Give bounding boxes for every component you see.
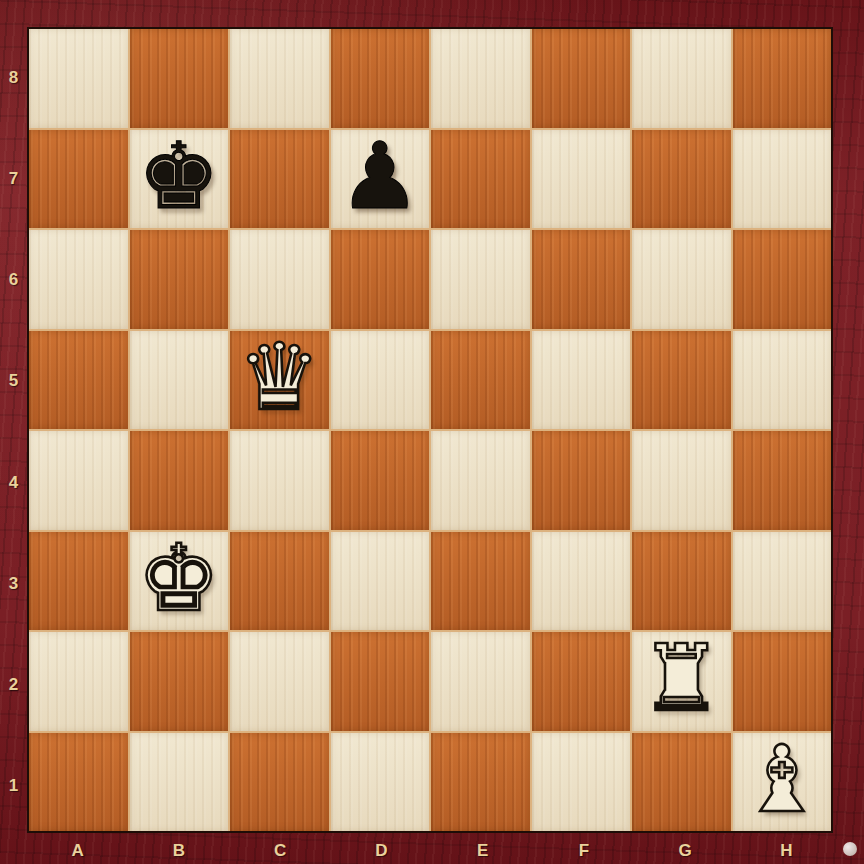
- square-h5[interactable]: [733, 331, 832, 430]
- square-c5[interactable]: ♛: [230, 331, 329, 430]
- square-d2[interactable]: [331, 632, 430, 731]
- square-g1[interactable]: [632, 733, 731, 832]
- piece-black-king[interactable]: ♚: [138, 131, 220, 223]
- piece-white-bishop[interactable]: ♝: [741, 734, 823, 826]
- square-h4[interactable]: [733, 431, 832, 530]
- rank-label-5: 5: [0, 331, 27, 432]
- file-label-c: C: [230, 837, 331, 864]
- square-f7[interactable]: [532, 130, 631, 229]
- file-label-h: H: [736, 837, 837, 864]
- square-f8[interactable]: [532, 29, 631, 128]
- square-c6[interactable]: [230, 230, 329, 329]
- square-d5[interactable]: [331, 331, 430, 430]
- board-frame: 87654321 ♚♟♛♚♜♝ ABCDEFGH: [0, 0, 864, 864]
- board: ♚♟♛♚♜♝: [27, 27, 833, 833]
- rank-label-2: 2: [0, 635, 27, 736]
- rank-label-4: 4: [0, 432, 27, 533]
- piece-white-queen[interactable]: ♛: [238, 332, 320, 424]
- square-d1[interactable]: [331, 733, 430, 832]
- square-e3[interactable]: [431, 532, 530, 631]
- square-e8[interactable]: [431, 29, 530, 128]
- square-f1[interactable]: [532, 733, 631, 832]
- square-f6[interactable]: [532, 230, 631, 329]
- file-label-b: B: [128, 837, 229, 864]
- square-a3[interactable]: [29, 532, 128, 631]
- square-h6[interactable]: [733, 230, 832, 329]
- square-b4[interactable]: [130, 431, 229, 530]
- square-c8[interactable]: [230, 29, 329, 128]
- file-label-g: G: [635, 837, 736, 864]
- square-g4[interactable]: [632, 431, 731, 530]
- square-g6[interactable]: [632, 230, 731, 329]
- square-b1[interactable]: [130, 733, 229, 832]
- square-b2[interactable]: [130, 632, 229, 731]
- square-d8[interactable]: [331, 29, 430, 128]
- rank-label-6: 6: [0, 230, 27, 331]
- square-h7[interactable]: [733, 130, 832, 229]
- square-h1[interactable]: ♝: [733, 733, 832, 832]
- square-h8[interactable]: [733, 29, 832, 128]
- square-d3[interactable]: [331, 532, 430, 631]
- square-e1[interactable]: [431, 733, 530, 832]
- rank-label-7: 7: [0, 128, 27, 229]
- square-f5[interactable]: [532, 331, 631, 430]
- square-g7[interactable]: [632, 130, 731, 229]
- square-a6[interactable]: [29, 230, 128, 329]
- file-label-a: A: [27, 837, 128, 864]
- file-label-e: E: [432, 837, 533, 864]
- file-labels: ABCDEFGH: [27, 837, 837, 864]
- square-c7[interactable]: [230, 130, 329, 229]
- square-g5[interactable]: [632, 331, 731, 430]
- square-b7[interactable]: ♚: [130, 130, 229, 229]
- square-f3[interactable]: [532, 532, 631, 631]
- rank-label-1: 1: [0, 736, 27, 837]
- square-d7[interactable]: ♟: [331, 130, 430, 229]
- rank-labels: 87654321: [0, 27, 27, 837]
- piece-white-rook[interactable]: ♜: [640, 633, 722, 725]
- square-a1[interactable]: [29, 733, 128, 832]
- square-g2[interactable]: ♜: [632, 632, 731, 731]
- file-label-f: F: [533, 837, 634, 864]
- piece-black-pawn[interactable]: ♟: [339, 131, 421, 223]
- corner-watermark-dot: [843, 842, 857, 856]
- square-c4[interactable]: [230, 431, 329, 530]
- square-c1[interactable]: [230, 733, 329, 832]
- square-g3[interactable]: [632, 532, 731, 631]
- square-e4[interactable]: [431, 431, 530, 530]
- file-label-d: D: [331, 837, 432, 864]
- square-e5[interactable]: [431, 331, 530, 430]
- square-f2[interactable]: [532, 632, 631, 731]
- piece-white-king[interactable]: ♚: [138, 533, 220, 625]
- square-e6[interactable]: [431, 230, 530, 329]
- square-b6[interactable]: [130, 230, 229, 329]
- square-b8[interactable]: [130, 29, 229, 128]
- square-b3[interactable]: ♚: [130, 532, 229, 631]
- square-e2[interactable]: [431, 632, 530, 731]
- square-d4[interactable]: [331, 431, 430, 530]
- square-a2[interactable]: [29, 632, 128, 731]
- square-h3[interactable]: [733, 532, 832, 631]
- square-f4[interactable]: [532, 431, 631, 530]
- square-a8[interactable]: [29, 29, 128, 128]
- square-e7[interactable]: [431, 130, 530, 229]
- rank-label-8: 8: [0, 27, 27, 128]
- square-c3[interactable]: [230, 532, 329, 631]
- square-g8[interactable]: [632, 29, 731, 128]
- rank-label-3: 3: [0, 533, 27, 634]
- square-d6[interactable]: [331, 230, 430, 329]
- square-b5[interactable]: [130, 331, 229, 430]
- square-a7[interactable]: [29, 130, 128, 229]
- square-c2[interactable]: [230, 632, 329, 731]
- square-h2[interactable]: [733, 632, 832, 731]
- square-a5[interactable]: [29, 331, 128, 430]
- square-a4[interactable]: [29, 431, 128, 530]
